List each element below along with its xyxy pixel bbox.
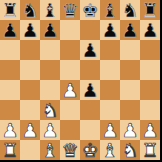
white-pawn[interactable]: ♟ (101, 120, 118, 140)
black-rook[interactable]: ♜ (1, 0, 18, 20)
black-pawn[interactable]: ♟ (41, 20, 58, 40)
square-a3[interactable] (0, 100, 20, 120)
black-knight[interactable]: ♞ (121, 0, 138, 20)
square-d8[interactable]: ♛ (60, 0, 80, 20)
square-f6[interactable] (100, 40, 120, 60)
square-g8[interactable]: ♞ (120, 0, 140, 20)
square-a2[interactable]: ♟ (0, 120, 20, 140)
white-pawn[interactable]: ♟ (41, 120, 58, 140)
white-bishop[interactable]: ♝ (41, 140, 58, 160)
chess-board: ♜♞♝♛♚♝♞♜♟♟♟♟♟♟♟♟♟♞♟♟♟♟♟♟♜♝♛♚♝♞♜ (0, 0, 162, 162)
square-b1[interactable] (20, 140, 40, 160)
square-d1[interactable]: ♛ (60, 140, 80, 160)
square-c1[interactable]: ♝ (40, 140, 60, 160)
black-bishop[interactable]: ♝ (41, 0, 58, 20)
black-pawn[interactable]: ♟ (141, 20, 158, 40)
square-c7[interactable]: ♟ (40, 20, 60, 40)
square-e6[interactable]: ♟ (80, 40, 100, 60)
black-knight[interactable]: ♞ (21, 0, 38, 20)
square-e4[interactable]: ♟ (80, 80, 100, 100)
square-a1[interactable]: ♜ (0, 140, 20, 160)
square-d7[interactable] (60, 20, 80, 40)
square-d4[interactable]: ♟ (60, 80, 80, 100)
square-c6[interactable] (40, 40, 60, 60)
square-g4[interactable] (120, 80, 140, 100)
square-g3[interactable] (120, 100, 140, 120)
square-f1[interactable]: ♝ (100, 140, 120, 160)
white-knight[interactable]: ♞ (41, 100, 58, 120)
black-pawn[interactable]: ♟ (1, 20, 18, 40)
white-bishop[interactable]: ♝ (101, 140, 118, 160)
square-c4[interactable] (40, 80, 60, 100)
black-pawn[interactable]: ♟ (81, 40, 98, 60)
square-e1[interactable]: ♚ (80, 140, 100, 160)
square-g7[interactable]: ♟ (120, 20, 140, 40)
square-h6[interactable] (140, 40, 160, 60)
square-a7[interactable]: ♟ (0, 20, 20, 40)
square-b7[interactable]: ♟ (20, 20, 40, 40)
square-c5[interactable] (40, 60, 60, 80)
square-h1[interactable]: ♜ (140, 140, 160, 160)
square-f5[interactable] (100, 60, 120, 80)
square-f2[interactable]: ♟ (100, 120, 120, 140)
square-b3[interactable] (20, 100, 40, 120)
square-d5[interactable] (60, 60, 80, 80)
square-b5[interactable] (20, 60, 40, 80)
white-pawn[interactable]: ♟ (1, 120, 18, 140)
square-d2[interactable] (60, 120, 80, 140)
square-h3[interactable] (140, 100, 160, 120)
black-rook[interactable]: ♜ (141, 0, 158, 20)
white-pawn[interactable]: ♟ (21, 120, 38, 140)
square-e7[interactable] (80, 20, 100, 40)
square-d6[interactable] (60, 40, 80, 60)
square-e5[interactable] (80, 60, 100, 80)
square-g1[interactable]: ♞ (120, 140, 140, 160)
square-a8[interactable]: ♜ (0, 0, 20, 20)
square-h5[interactable] (140, 60, 160, 80)
square-e2[interactable] (80, 120, 100, 140)
square-f7[interactable]: ♟ (100, 20, 120, 40)
square-f4[interactable] (100, 80, 120, 100)
square-c8[interactable]: ♝ (40, 0, 60, 20)
square-c3[interactable]: ♞ (40, 100, 60, 120)
square-g6[interactable] (120, 40, 140, 60)
black-king[interactable]: ♚ (81, 0, 98, 20)
square-e3[interactable] (80, 100, 100, 120)
white-king[interactable]: ♚ (81, 140, 98, 160)
square-b6[interactable] (20, 40, 40, 60)
square-g2[interactable]: ♟ (120, 120, 140, 140)
black-pawn[interactable]: ♟ (81, 80, 98, 100)
square-g5[interactable] (120, 60, 140, 80)
square-h2[interactable]: ♟ (140, 120, 160, 140)
square-a4[interactable] (0, 80, 20, 100)
square-a6[interactable] (0, 40, 20, 60)
square-h4[interactable] (140, 80, 160, 100)
white-pawn[interactable]: ♟ (121, 120, 138, 140)
black-pawn[interactable]: ♟ (21, 20, 38, 40)
square-f3[interactable] (100, 100, 120, 120)
square-a5[interactable] (0, 60, 20, 80)
white-rook[interactable]: ♜ (1, 140, 18, 160)
square-c2[interactable]: ♟ (40, 120, 60, 140)
white-pawn[interactable]: ♟ (141, 120, 158, 140)
white-rook[interactable]: ♜ (141, 140, 158, 160)
square-b4[interactable] (20, 80, 40, 100)
square-h7[interactable]: ♟ (140, 20, 160, 40)
black-bishop[interactable]: ♝ (101, 0, 118, 20)
white-queen[interactable]: ♛ (61, 140, 78, 160)
white-pawn[interactable]: ♟ (61, 80, 78, 100)
black-queen[interactable]: ♛ (61, 0, 78, 20)
square-e8[interactable]: ♚ (80, 0, 100, 20)
square-f8[interactable]: ♝ (100, 0, 120, 20)
square-b8[interactable]: ♞ (20, 0, 40, 20)
square-d3[interactable] (60, 100, 80, 120)
square-h8[interactable]: ♜ (140, 0, 160, 20)
black-pawn[interactable]: ♟ (101, 20, 118, 40)
square-b2[interactable]: ♟ (20, 120, 40, 140)
white-knight[interactable]: ♞ (121, 140, 138, 160)
black-pawn[interactable]: ♟ (121, 20, 138, 40)
